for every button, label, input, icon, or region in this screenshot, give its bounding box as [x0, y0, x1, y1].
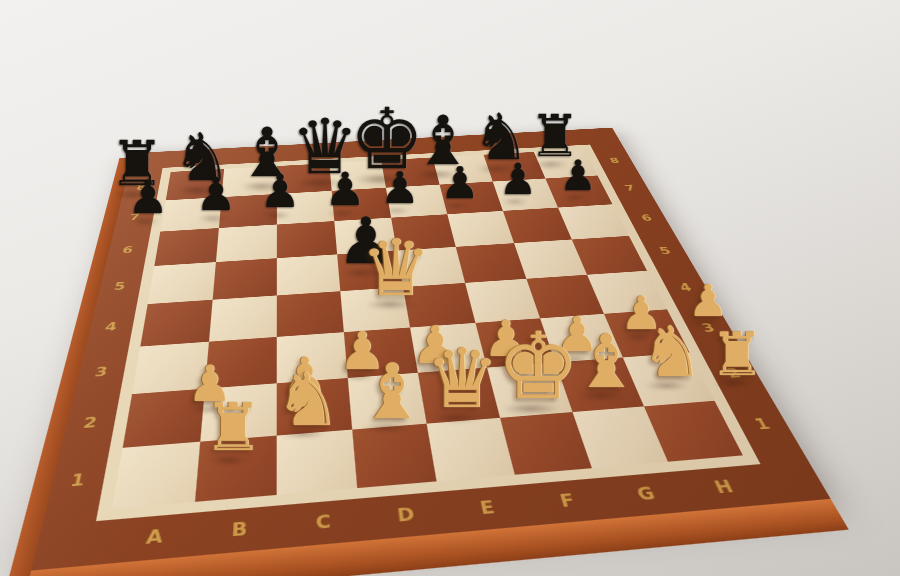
white-b-glyph: ♝ — [358, 356, 426, 428]
piece-white-r-h1[interactable]: ♜ — [710, 326, 764, 383]
pieces-layer: ♜♞♝♚♛♝♞♜♟♟♟♟♟♟♟♟♟♛♟♟♟♟♟♟♜♞♝♟♟♚♛♝♞♜ — [0, 0, 900, 576]
piece-white-k-e1[interactable]: ♚ — [497, 323, 579, 410]
piece-white-n-b1[interactable]: ♞ — [275, 364, 341, 434]
white-n-glyph: ♞ — [641, 319, 704, 386]
black-p-glyph: ♟ — [499, 159, 538, 200]
black-p-glyph: ♟ — [259, 170, 300, 214]
black-p-glyph: ♟ — [195, 173, 236, 217]
white-q-glyph: ♛ — [425, 340, 499, 418]
photo-stage: A11B22C33D44E55F66G77H88 ♜♞♝♚♛♝♞♜♟♟♟♟♟♟♟… — [0, 0, 900, 576]
black-p-glyph: ♟ — [380, 167, 419, 209]
piece-black-p-a7[interactable]: ♟ — [127, 176, 168, 220]
white-b-glyph: ♝ — [573, 326, 639, 396]
piece-black-p-f7[interactable]: ♟ — [440, 162, 479, 204]
piece-black-p-b7[interactable]: ♟ — [195, 173, 236, 217]
white-k-glyph: ♚ — [497, 323, 579, 410]
piece-white-r-a1[interactable]: ♜ — [203, 397, 262, 460]
white-r-glyph: ♜ — [710, 326, 764, 383]
piece-white-b-f1[interactable]: ♝ — [573, 326, 639, 396]
piece-white-n-g1[interactable]: ♞ — [641, 319, 704, 386]
white-q-glyph: ♛ — [361, 231, 431, 305]
piece-black-p-e7[interactable]: ♟ — [380, 167, 419, 209]
black-p-glyph: ♟ — [559, 156, 597, 196]
black-p-glyph: ♟ — [127, 176, 168, 220]
piece-black-p-g7[interactable]: ♟ — [499, 159, 538, 200]
piece-black-p-h7[interactable]: ♟ — [559, 156, 597, 196]
black-p-glyph: ♟ — [440, 162, 479, 204]
white-n-glyph: ♞ — [275, 364, 341, 434]
piece-white-b-c1[interactable]: ♝ — [358, 356, 426, 428]
piece-white-q-d1[interactable]: ♛ — [425, 340, 499, 418]
piece-white-q-d4[interactable]: ♛ — [361, 231, 431, 305]
white-r-glyph: ♜ — [203, 397, 262, 460]
piece-black-p-c7[interactable]: ♟ — [259, 170, 300, 214]
